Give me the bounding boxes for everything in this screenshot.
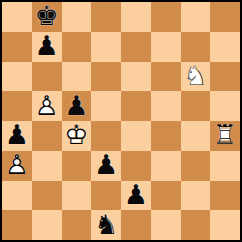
- black-pawn-glyph: ♟: [62, 91, 92, 121]
- black-pawn[interactable]: ♟: [121, 181, 151, 211]
- black-king[interactable]: ♚: [32, 2, 62, 32]
- square-g5[interactable]: [181, 91, 211, 121]
- square-h8[interactable]: [210, 2, 240, 32]
- square-a1[interactable]: [2, 210, 32, 240]
- square-h5[interactable]: [210, 91, 240, 121]
- square-c4[interactable]: ♚♔: [62, 121, 92, 151]
- square-c8[interactable]: [62, 2, 92, 32]
- square-c5[interactable]: ♟: [62, 91, 92, 121]
- square-a2[interactable]: [2, 181, 32, 211]
- square-a5[interactable]: [2, 91, 32, 121]
- square-f4[interactable]: [151, 121, 181, 151]
- square-g4[interactable]: [181, 121, 211, 151]
- square-g1[interactable]: [181, 210, 211, 240]
- black-knight-glyph: ♞: [91, 210, 121, 240]
- square-a6[interactable]: [2, 62, 32, 92]
- white-pawn[interactable]: ♟♙: [2, 151, 32, 181]
- square-d5[interactable]: [91, 91, 121, 121]
- white-king[interactable]: ♚♔: [62, 121, 92, 151]
- square-c6[interactable]: [62, 62, 92, 92]
- black-pawn[interactable]: ♟: [2, 121, 32, 151]
- square-e1[interactable]: [121, 210, 151, 240]
- square-e7[interactable]: [121, 32, 151, 62]
- white-pawn[interactable]: ♟♙: [32, 91, 62, 121]
- square-e4[interactable]: [121, 121, 151, 151]
- square-d6[interactable]: [91, 62, 121, 92]
- square-g2[interactable]: [181, 181, 211, 211]
- square-e5[interactable]: [121, 91, 151, 121]
- black-pawn-glyph: ♟: [121, 181, 151, 211]
- square-b2[interactable]: [32, 181, 62, 211]
- black-king-glyph: ♚: [32, 2, 62, 32]
- square-f3[interactable]: [151, 151, 181, 181]
- square-h1[interactable]: [210, 210, 240, 240]
- square-e8[interactable]: [121, 2, 151, 32]
- square-a4[interactable]: ♟: [2, 121, 32, 151]
- square-f5[interactable]: [151, 91, 181, 121]
- square-b4[interactable]: [32, 121, 62, 151]
- square-d7[interactable]: [91, 32, 121, 62]
- white-knight-outline: ♘: [181, 62, 211, 92]
- white-king-outline: ♔: [62, 121, 92, 151]
- square-g7[interactable]: [181, 32, 211, 62]
- black-pawn-glyph: ♟: [91, 151, 121, 181]
- square-b3[interactable]: [32, 151, 62, 181]
- white-pawn-outline: ♙: [2, 151, 32, 181]
- chess-board-frame: ♚♟♞♘♟♙♟♟♚♔♜♖♟♙♟♟♞: [0, 0, 242, 242]
- black-pawn-glyph: ♟: [2, 121, 32, 151]
- square-f6[interactable]: [151, 62, 181, 92]
- square-g3[interactable]: [181, 151, 211, 181]
- square-a7[interactable]: [2, 32, 32, 62]
- square-h2[interactable]: [210, 181, 240, 211]
- square-c1[interactable]: [62, 210, 92, 240]
- square-b7[interactable]: ♟: [32, 32, 62, 62]
- square-e3[interactable]: [121, 151, 151, 181]
- chess-board: ♚♟♞♘♟♙♟♟♚♔♜♖♟♙♟♟♞: [2, 2, 240, 240]
- white-rook[interactable]: ♜♖: [210, 121, 240, 151]
- square-d1[interactable]: ♞: [91, 210, 121, 240]
- square-e6[interactable]: [121, 62, 151, 92]
- black-pawn[interactable]: ♟: [62, 91, 92, 121]
- square-f1[interactable]: [151, 210, 181, 240]
- square-g6[interactable]: ♞♘: [181, 62, 211, 92]
- square-e2[interactable]: ♟: [121, 181, 151, 211]
- square-c3[interactable]: [62, 151, 92, 181]
- square-b1[interactable]: [32, 210, 62, 240]
- white-knight[interactable]: ♞♘: [181, 62, 211, 92]
- black-knight[interactable]: ♞: [91, 210, 121, 240]
- black-pawn[interactable]: ♟: [91, 151, 121, 181]
- square-d2[interactable]: [91, 181, 121, 211]
- white-pawn-outline: ♙: [32, 91, 62, 121]
- square-h4[interactable]: ♜♖: [210, 121, 240, 151]
- square-h6[interactable]: [210, 62, 240, 92]
- white-rook-outline: ♖: [210, 121, 240, 151]
- square-b6[interactable]: [32, 62, 62, 92]
- square-h3[interactable]: [210, 151, 240, 181]
- black-pawn[interactable]: ♟: [32, 32, 62, 62]
- square-f2[interactable]: [151, 181, 181, 211]
- square-b5[interactable]: ♟♙: [32, 91, 62, 121]
- square-c2[interactable]: [62, 181, 92, 211]
- square-d4[interactable]: [91, 121, 121, 151]
- square-f7[interactable]: [151, 32, 181, 62]
- square-g8[interactable]: [181, 2, 211, 32]
- square-d8[interactable]: [91, 2, 121, 32]
- square-c7[interactable]: [62, 32, 92, 62]
- square-h7[interactable]: [210, 32, 240, 62]
- square-d3[interactable]: ♟: [91, 151, 121, 181]
- square-a8[interactable]: [2, 2, 32, 32]
- black-pawn-glyph: ♟: [32, 32, 62, 62]
- square-f8[interactable]: [151, 2, 181, 32]
- square-a3[interactable]: ♟♙: [2, 151, 32, 181]
- square-b8[interactable]: ♚: [32, 2, 62, 32]
